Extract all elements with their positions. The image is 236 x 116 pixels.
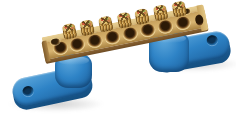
terminal-screw bbox=[171, 0, 187, 18]
product-photo bbox=[0, 0, 236, 116]
terminal-screw bbox=[153, 4, 169, 22]
terminal-screw bbox=[116, 11, 132, 29]
terminal-screw bbox=[98, 15, 114, 33]
terminal-screw bbox=[134, 8, 150, 26]
left-base-screw-hole bbox=[22, 85, 35, 97]
right-base-screw-hole bbox=[206, 34, 219, 46]
terminal-screw bbox=[79, 19, 95, 37]
terminal-screw bbox=[61, 23, 77, 41]
